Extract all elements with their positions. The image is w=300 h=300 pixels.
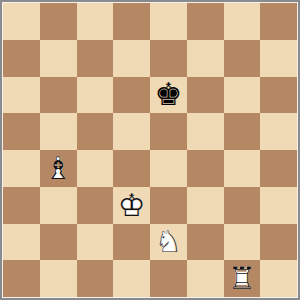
square-a8[interactable] [3,3,40,40]
square-d3[interactable]: ♚♔ [113,187,150,224]
square-b6[interactable] [40,77,77,114]
square-e4[interactable] [150,150,187,187]
square-f5[interactable] [187,113,224,150]
square-h1[interactable] [260,260,297,297]
square-a5[interactable] [3,113,40,150]
white-king-piece[interactable]: ♚♔ [113,187,150,224]
square-h8[interactable] [260,3,297,40]
square-f4[interactable] [187,150,224,187]
white-bishop-piece[interactable]: ♝♗ [40,150,77,187]
white-king-glyph-outline: ♔ [113,187,150,224]
square-c1[interactable] [77,260,114,297]
square-h7[interactable] [260,40,297,77]
square-f2[interactable] [187,224,224,261]
square-b1[interactable] [40,260,77,297]
square-b4[interactable]: ♝♗ [40,150,77,187]
square-d1[interactable] [113,260,150,297]
square-f6[interactable] [187,77,224,114]
square-e5[interactable] [150,113,187,150]
square-g6[interactable] [224,77,261,114]
square-a4[interactable] [3,150,40,187]
square-h3[interactable] [260,187,297,224]
square-e8[interactable] [150,3,187,40]
square-e3[interactable] [150,187,187,224]
square-f3[interactable] [187,187,224,224]
square-b8[interactable] [40,3,77,40]
square-h2[interactable] [260,224,297,261]
square-b3[interactable] [40,187,77,224]
square-b2[interactable] [40,224,77,261]
black-king-piece[interactable]: ♚ [150,77,187,114]
white-bishop-glyph-outline: ♗ [40,150,77,187]
square-f7[interactable] [187,40,224,77]
square-d2[interactable] [113,224,150,261]
square-g7[interactable] [224,40,261,77]
square-a2[interactable] [3,224,40,261]
square-d8[interactable] [113,3,150,40]
square-d4[interactable] [113,150,150,187]
square-a1[interactable] [3,260,40,297]
square-a6[interactable] [3,77,40,114]
black-king-glyph: ♚ [150,77,187,114]
square-g8[interactable] [224,3,261,40]
square-e6[interactable]: ♚ [150,77,187,114]
square-h5[interactable] [260,113,297,150]
square-g4[interactable] [224,150,261,187]
square-a3[interactable] [3,187,40,224]
white-rook-piece[interactable]: ♜♖ [224,260,261,297]
square-e1[interactable] [150,260,187,297]
chess-board-frame: ♚♝♗♚♔♞♘♜♖ [0,0,300,300]
square-d6[interactable] [113,77,150,114]
square-c8[interactable] [77,3,114,40]
square-e7[interactable] [150,40,187,77]
square-g1[interactable]: ♜♖ [224,260,261,297]
square-h4[interactable] [260,150,297,187]
square-c2[interactable] [77,224,114,261]
square-f8[interactable] [187,3,224,40]
square-c3[interactable] [77,187,114,224]
square-e2[interactable]: ♞♘ [150,224,187,261]
square-c5[interactable] [77,113,114,150]
chess-board: ♚♝♗♚♔♞♘♜♖ [3,3,297,297]
white-knight-glyph-outline: ♘ [150,224,187,261]
square-d7[interactable] [113,40,150,77]
square-c7[interactable] [77,40,114,77]
square-f1[interactable] [187,260,224,297]
square-a7[interactable] [3,40,40,77]
white-knight-piece[interactable]: ♞♘ [150,224,187,261]
white-rook-glyph-outline: ♖ [224,260,261,297]
square-h6[interactable] [260,77,297,114]
square-c6[interactable] [77,77,114,114]
square-d5[interactable] [113,113,150,150]
square-c4[interactable] [77,150,114,187]
square-g5[interactable] [224,113,261,150]
square-g3[interactable] [224,187,261,224]
square-b7[interactable] [40,40,77,77]
square-g2[interactable] [224,224,261,261]
square-b5[interactable] [40,113,77,150]
